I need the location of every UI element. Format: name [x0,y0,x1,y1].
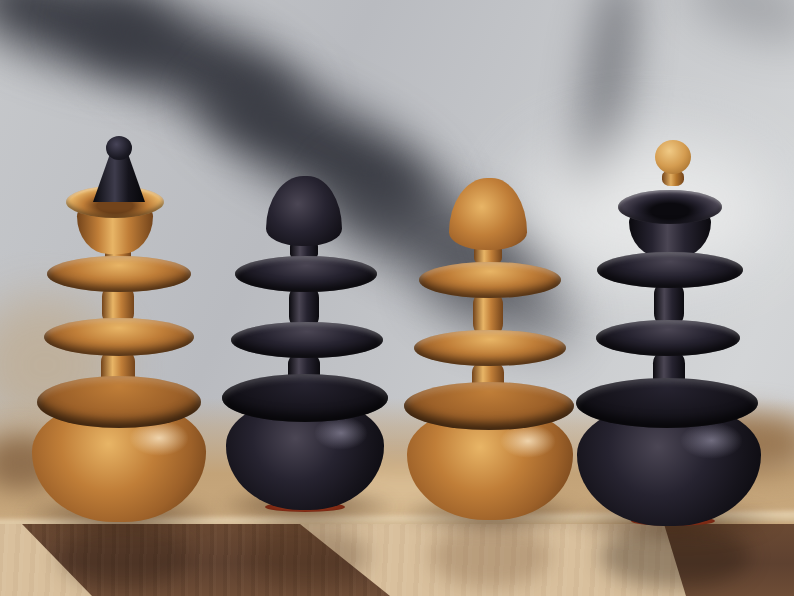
king-finial-tip-icon [106,136,132,160]
black-queen-piece [221,176,389,514]
flared-collar [576,378,758,428]
piece-reflection [248,524,368,588]
lower-disc [44,318,194,356]
black-king-piece [576,140,762,528]
cup-rim [618,190,722,224]
flared-collar [404,382,574,430]
lower-disc [231,322,383,358]
scene-chess-pieces-photo [0,0,794,596]
acorn-finial-icon [449,178,527,250]
flared-collar [37,376,201,428]
upper-disc [597,252,743,288]
lower-disc [414,330,566,366]
upper-disc [235,256,377,292]
white-queen-piece [404,178,576,520]
lower-disc [596,320,740,356]
upper-disc [419,262,561,298]
white-king-piece [30,136,208,522]
acorn-finial-icon [266,176,342,246]
upper-disc [47,256,191,292]
golden-ball-finial-icon [655,140,691,174]
flared-collar [222,374,388,422]
